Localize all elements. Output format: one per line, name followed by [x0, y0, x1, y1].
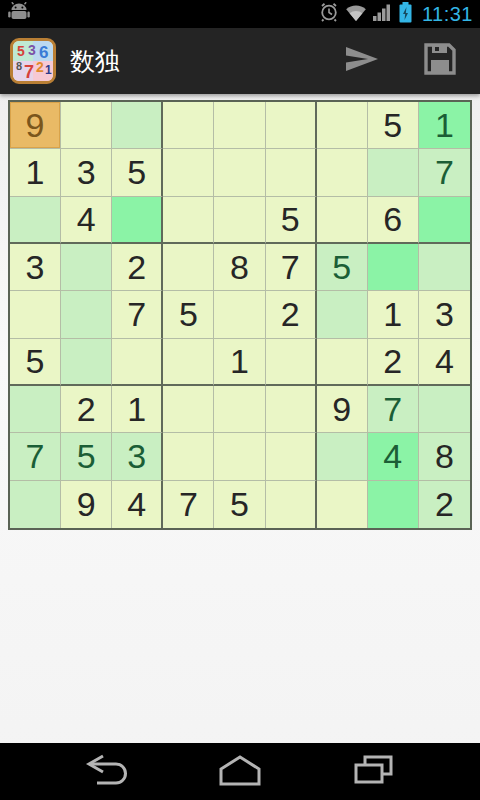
cell-r5c1[interactable]	[10, 291, 61, 338]
home-button[interactable]	[216, 755, 264, 789]
cell-r2c3[interactable]: 5	[112, 149, 163, 196]
cell-r3c4[interactable]	[163, 197, 214, 244]
cell-r8c7[interactable]	[317, 433, 368, 480]
cell-r1c5[interactable]	[214, 102, 265, 149]
cell-r4c1[interactable]: 3	[10, 244, 61, 291]
cell-r1c8[interactable]: 5	[368, 102, 419, 149]
cell-r6c3[interactable]	[112, 339, 163, 386]
sudoku-board: 95113574563287575213512421977534894752	[8, 100, 472, 530]
cell-r9c9[interactable]: 2	[419, 481, 470, 528]
cell-r5c4[interactable]: 5	[163, 291, 214, 338]
cell-r8c6[interactable]	[266, 433, 317, 480]
cell-r8c8[interactable]: 4	[368, 433, 419, 480]
cell-r3c6[interactable]: 5	[266, 197, 317, 244]
signal-strength-icon	[373, 3, 393, 26]
cell-r4c9[interactable]	[419, 244, 470, 291]
alarm-clock-icon	[319, 2, 339, 26]
cell-r5c5[interactable]	[214, 291, 265, 338]
cell-r2c4[interactable]	[163, 149, 214, 196]
send-icon	[344, 45, 380, 77]
recents-icon	[351, 754, 395, 790]
cell-r5c9[interactable]: 3	[419, 291, 470, 338]
cell-r5c2[interactable]	[61, 291, 112, 338]
cell-r2c1[interactable]: 1	[10, 149, 61, 196]
cell-r6c8[interactable]: 2	[368, 339, 419, 386]
recents-button[interactable]	[349, 755, 397, 789]
back-icon	[84, 754, 130, 790]
app-icon-digit: 8	[16, 61, 22, 72]
nav-bar	[0, 743, 480, 800]
notification-area	[7, 2, 31, 26]
cell-r9c8[interactable]	[368, 481, 419, 528]
cell-r3c8[interactable]: 6	[368, 197, 419, 244]
cell-r6c2[interactable]	[61, 339, 112, 386]
cell-r1c7[interactable]	[317, 102, 368, 149]
cell-r3c1[interactable]	[10, 197, 61, 244]
cell-r4c4[interactable]	[163, 244, 214, 291]
cell-r9c3[interactable]: 4	[112, 481, 163, 528]
cell-r9c2[interactable]: 9	[61, 481, 112, 528]
battery-charging-icon	[399, 2, 412, 27]
clock-time: 11:31	[418, 3, 473, 26]
cell-r9c4[interactable]: 7	[163, 481, 214, 528]
cell-r2c8[interactable]	[368, 149, 419, 196]
cell-r6c7[interactable]	[317, 339, 368, 386]
app-icon-digit: 1	[45, 64, 52, 76]
phone-screen: 11:31 5 3 6 8 7 2 1 数独	[0, 0, 480, 800]
cell-r3c9[interactable]	[419, 197, 470, 244]
cell-r5c8[interactable]: 1	[368, 291, 419, 338]
cell-r8c9[interactable]: 8	[419, 433, 470, 480]
app-icon: 5 3 6 8 7 2 1	[10, 38, 56, 84]
status-bar: 11:31	[0, 0, 480, 28]
cell-r4c8[interactable]	[368, 244, 419, 291]
cell-r9c5[interactable]: 5	[214, 481, 265, 528]
cell-r9c7[interactable]	[317, 481, 368, 528]
cell-r6c6[interactable]	[266, 339, 317, 386]
cell-r2c2[interactable]: 3	[61, 149, 112, 196]
send-button[interactable]	[340, 39, 384, 83]
cell-r8c3[interactable]: 3	[112, 433, 163, 480]
cell-r7c5[interactable]	[214, 386, 265, 433]
system-icons: 11:31	[319, 2, 473, 27]
cell-r8c5[interactable]	[214, 433, 265, 480]
action-bar: 5 3 6 8 7 2 1 数独	[0, 28, 480, 94]
cell-r4c3[interactable]: 2	[112, 244, 163, 291]
cell-r8c2[interactable]: 5	[61, 433, 112, 480]
app-icon-digit: 5	[17, 44, 25, 58]
cell-r3c3[interactable]	[112, 197, 163, 244]
cell-r7c3[interactable]: 1	[112, 386, 163, 433]
cell-r5c7[interactable]	[317, 291, 368, 338]
save-button[interactable]	[418, 39, 462, 83]
cell-r8c1[interactable]: 7	[10, 433, 61, 480]
cell-r1c6[interactable]	[266, 102, 317, 149]
cell-r1c3[interactable]	[112, 102, 163, 149]
cell-r6c5[interactable]: 1	[214, 339, 265, 386]
cell-r1c1[interactable]: 9	[10, 102, 61, 149]
cell-r6c1[interactable]: 5	[10, 339, 61, 386]
cell-r3c5[interactable]	[214, 197, 265, 244]
cell-r9c1[interactable]	[10, 481, 61, 528]
cell-r7c7[interactable]: 9	[317, 386, 368, 433]
cell-r6c4[interactable]	[163, 339, 214, 386]
cell-r7c2[interactable]: 2	[61, 386, 112, 433]
cell-r3c2[interactable]: 4	[61, 197, 112, 244]
cell-r4c6[interactable]: 7	[266, 244, 317, 291]
wifi-icon	[345, 3, 367, 26]
cell-r2c9[interactable]: 7	[419, 149, 470, 196]
cell-r4c7[interactable]: 5	[317, 244, 368, 291]
cell-r1c9[interactable]: 1	[419, 102, 470, 149]
cell-r5c3[interactable]: 7	[112, 291, 163, 338]
home-icon	[216, 754, 264, 790]
cell-r4c5[interactable]: 8	[214, 244, 265, 291]
cell-r3c7[interactable]	[317, 197, 368, 244]
cell-r7c1[interactable]	[10, 386, 61, 433]
cell-r1c4[interactable]	[163, 102, 214, 149]
cell-r9c6[interactable]	[266, 481, 317, 528]
cell-r2c5[interactable]	[214, 149, 265, 196]
cell-r5c6[interactable]: 2	[266, 291, 317, 338]
app-icon-digit: 7	[24, 63, 34, 81]
android-droid-icon	[7, 2, 31, 26]
cell-r6c9[interactable]: 4	[419, 339, 470, 386]
app-icon-digit: 3	[28, 43, 36, 57]
cell-r4c2[interactable]	[61, 244, 112, 291]
cell-r7c6[interactable]	[266, 386, 317, 433]
cell-r7c9[interactable]	[419, 386, 470, 433]
app-title: 数独	[70, 45, 120, 78]
cell-r7c4[interactable]	[163, 386, 214, 433]
app-icon-digit: 2	[36, 60, 44, 74]
save-icon	[424, 43, 456, 79]
cell-r2c6[interactable]	[266, 149, 317, 196]
cell-r2c7[interactable]	[317, 149, 368, 196]
cell-r7c8[interactable]: 7	[368, 386, 419, 433]
cell-r8c4[interactable]	[163, 433, 214, 480]
back-button[interactable]	[83, 755, 131, 789]
cell-r1c2[interactable]	[61, 102, 112, 149]
